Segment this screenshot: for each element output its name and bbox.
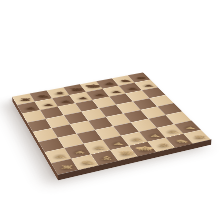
white-king-e1: ♚	[144, 145, 145, 152]
pawn-glyph: ♟	[166, 130, 180, 133]
rook-glyph: ♜	[59, 166, 76, 170]
chess-board: ♜♞♝♛♚♝♞♜♟♟♟♟♟♟♟♟♟♟♟♟♟♟♟♟♜♞♝♛♚♝♞♜	[12, 73, 211, 175]
pawn-glyph: ♟	[126, 88, 138, 90]
black-knight-b8: ♞	[42, 94, 43, 98]
bishop-glyph: ♝	[97, 156, 116, 161]
bishop-glyph: ♝	[154, 143, 173, 148]
white-pawn-g2: ♟	[172, 130, 173, 134]
bishop-glyph: ♝	[52, 91, 68, 94]
pawn-glyph: ♟	[111, 142, 125, 145]
pawn-glyph: ♟	[148, 134, 162, 137]
square-g4	[141, 106, 166, 118]
white-pawn-h2: ♟	[190, 126, 191, 129]
pawn-glyph: ♟	[142, 85, 154, 87]
pawn-glyph: ♟	[59, 100, 71, 103]
white-bishop-f1: ♝	[163, 143, 164, 148]
square-e4	[106, 113, 131, 126]
black-pawn-a7: ♟	[30, 107, 31, 110]
queen-glyph: ♛	[67, 88, 86, 92]
pawn-glyph: ♟	[94, 94, 106, 97]
knight-glyph: ♞	[78, 160, 96, 165]
pawn-glyph: ♟	[53, 155, 67, 159]
knight-glyph: ♞	[173, 139, 191, 143]
rook-glyph: ♜	[134, 77, 147, 80]
pawn-glyph: ♟	[42, 104, 55, 107]
knight-glyph: ♞	[35, 95, 51, 98]
pawn-glyph: ♟	[110, 91, 122, 94]
pawn-glyph: ♟	[77, 97, 89, 100]
black-bishop-c8: ♝	[60, 91, 61, 95]
pawn-glyph: ♟	[183, 127, 197, 130]
pawn-glyph: ♟	[130, 138, 144, 141]
king-glyph: ♚	[133, 146, 157, 152]
rook-glyph: ♜	[18, 98, 32, 101]
knight-glyph: ♞	[118, 79, 133, 82]
white-rook-h1: ♜	[199, 135, 200, 139]
black-rook-a8: ♜	[25, 98, 26, 102]
chess-set-product-photo: ♜♞♝♛♚♝♞♜♟♟♟♟♟♟♟♟♟♟♟♟♟♟♟♟♜♞♝♛♚♝♞♜	[0, 0, 220, 220]
white-knight-g1: ♞	[181, 139, 182, 144]
pawn-glyph: ♟	[73, 151, 87, 154]
rook-glyph: ♜	[191, 136, 207, 140]
pawn-glyph: ♟	[24, 107, 37, 110]
pawn-glyph: ♟	[92, 146, 106, 149]
